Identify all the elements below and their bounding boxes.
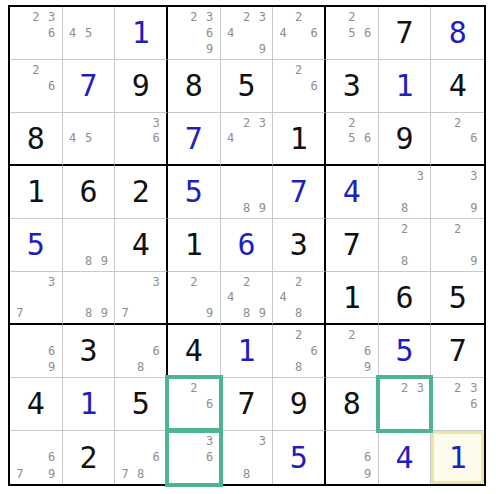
cell-value: 7 xyxy=(449,336,467,366)
cell-r5c3[interactable]: 4 xyxy=(115,219,168,272)
cell-value: 3 xyxy=(290,230,308,260)
cell-r2c7[interactable]: 3 xyxy=(326,60,379,113)
pencil-empty xyxy=(239,168,255,184)
pencil-marks: 678 xyxy=(117,433,164,482)
pencil-empty xyxy=(44,327,60,343)
pencil-empty xyxy=(28,449,44,465)
cell-r8c6[interactable]: 9 xyxy=(273,378,326,431)
pencil-empty xyxy=(12,449,28,465)
cell-value: 2 xyxy=(79,443,97,473)
cell-r3c6[interactable]: 1 xyxy=(273,113,326,166)
pencil-empty xyxy=(44,290,60,306)
pencil-empty xyxy=(28,274,44,290)
pencil-empty xyxy=(96,115,112,131)
pencil-empty xyxy=(65,9,81,25)
pencil-6: 6 xyxy=(466,396,482,412)
pencil-empty xyxy=(381,380,397,396)
pencil-empty xyxy=(433,412,449,428)
pencil-empty xyxy=(397,412,413,428)
pencil-empty xyxy=(254,274,270,290)
cell-value: 2 xyxy=(132,177,150,207)
pencil-2: 2 xyxy=(344,327,360,343)
cell-r2c8[interactable]: 1 xyxy=(379,60,432,113)
cell-r5c2[interactable]: 89 xyxy=(63,219,116,272)
pencil-2: 2 xyxy=(344,115,360,131)
pencil-empty xyxy=(28,466,44,482)
pencil-6: 6 xyxy=(306,25,322,41)
pencil-empty xyxy=(65,115,81,131)
pencil-empty xyxy=(186,412,202,428)
pencil-empty xyxy=(433,253,449,269)
cell-r9c1[interactable]: 679 xyxy=(10,431,63,484)
pencil-2: 2 xyxy=(397,221,413,237)
pencil-empty xyxy=(12,274,28,290)
pencil-empty xyxy=(28,343,44,359)
pencil-4: 4 xyxy=(223,131,239,147)
pencil-empty xyxy=(344,41,360,57)
cell-r5c8[interactable]: 28 xyxy=(379,219,432,272)
cell-value: 5 xyxy=(449,283,467,313)
cell-r1c7[interactable]: 256 xyxy=(326,7,379,60)
pencil-3: 3 xyxy=(466,380,482,396)
cell-r6c6[interactable]: 248 xyxy=(273,272,326,325)
pencil-6: 6 xyxy=(44,25,60,41)
pencil-empty xyxy=(28,41,44,57)
cell-r5c6[interactable]: 3 xyxy=(273,219,326,272)
pencil-marks: 256 xyxy=(328,9,376,57)
pencil-empty xyxy=(81,146,97,162)
pencil-empty xyxy=(148,305,164,321)
pencil-empty xyxy=(275,62,291,78)
cell-r3c8[interactable]: 9 xyxy=(379,113,432,166)
pencil-marks: 28 xyxy=(381,221,429,269)
cell-r3c9[interactable]: 26 xyxy=(431,113,484,166)
cell-r9c4[interactable]: 36 xyxy=(168,431,221,484)
cell-value: 4 xyxy=(185,336,203,366)
cell-r7c6[interactable]: 268 xyxy=(273,325,326,378)
cell-r1c3[interactable]: 1 xyxy=(115,7,168,60)
pencil-marks: 89 xyxy=(65,221,113,269)
pencil-empty xyxy=(186,466,202,482)
cell-value: 8 xyxy=(343,389,361,419)
cell-r5c1[interactable]: 5 xyxy=(10,219,63,272)
cell-r9c8[interactable]: 4 xyxy=(379,431,432,484)
pencil-8: 8 xyxy=(291,359,307,375)
pencil-empty xyxy=(148,146,164,162)
pencil-empty xyxy=(223,466,239,482)
pencil-6: 6 xyxy=(148,343,164,359)
pencil-2: 2 xyxy=(28,9,44,25)
cell-r8c5[interactable]: 7 xyxy=(221,378,274,431)
pencil-marks: 26 xyxy=(12,62,60,110)
cell-value: 1 xyxy=(185,230,203,260)
pencil-empty xyxy=(254,449,270,465)
pencil-marks: 29 xyxy=(433,221,482,269)
cell-r9c9[interactable]: 1 xyxy=(431,431,484,484)
pencil-empty xyxy=(328,41,344,57)
pencil-empty xyxy=(133,131,149,147)
cell-r4c6[interactable]: 7 xyxy=(273,166,326,219)
cell-value: 1 xyxy=(237,336,255,366)
pencil-empty xyxy=(328,146,344,162)
pencil-marks: 256 xyxy=(328,115,376,162)
pencil-empty xyxy=(96,290,112,306)
cell-r2c2[interactable]: 7 xyxy=(63,60,116,113)
pencil-empty xyxy=(275,94,291,110)
cell-r1c2[interactable]: 45 xyxy=(63,7,116,60)
cell-r9c3[interactable]: 678 xyxy=(115,431,168,484)
cell-value: 7 xyxy=(395,18,413,48)
pencil-empty xyxy=(28,94,44,110)
pencil-empty xyxy=(133,343,149,359)
pencil-empty xyxy=(170,41,186,57)
pencil-7: 7 xyxy=(117,466,133,482)
pencil-empty xyxy=(133,146,149,162)
pencil-empty xyxy=(28,25,44,41)
pencil-9: 9 xyxy=(96,305,112,321)
pencil-empty xyxy=(344,433,360,449)
cell-value: 3 xyxy=(343,71,361,101)
pencil-empty xyxy=(148,433,164,449)
cell-r2c3[interactable]: 9 xyxy=(115,60,168,113)
cell-value: 7 xyxy=(343,230,361,260)
pencil-marks: 26 xyxy=(275,62,322,110)
cell-r4c7[interactable]: 4 xyxy=(326,166,379,219)
cell-r3c3[interactable]: 36 xyxy=(115,113,168,166)
pencil-empty xyxy=(148,290,164,306)
cell-value: 1 xyxy=(27,177,45,207)
pencil-empty xyxy=(133,290,149,306)
pencil-empty xyxy=(328,343,344,359)
pencil-empty xyxy=(275,327,291,343)
pencil-empty xyxy=(170,466,186,482)
pencil-marks: 236 xyxy=(12,9,60,57)
cell-value: 4 xyxy=(449,71,467,101)
pencil-empty xyxy=(381,412,397,428)
pencil-empty xyxy=(28,305,44,321)
pencil-empty xyxy=(328,359,344,375)
pencil-empty xyxy=(360,433,376,449)
pencil-empty xyxy=(381,396,397,412)
cell-r7c9[interactable]: 7 xyxy=(431,325,484,378)
cell-value: 9 xyxy=(395,124,413,154)
cell-r1c6[interactable]: 246 xyxy=(273,7,326,60)
pencil-empty xyxy=(344,449,360,465)
cell-r6c8[interactable]: 6 xyxy=(379,272,432,325)
pencil-empty xyxy=(12,94,28,110)
cell-r7c5[interactable]: 1 xyxy=(221,325,274,378)
pencil-3: 3 xyxy=(202,9,218,25)
pencil-empty xyxy=(306,290,322,306)
pencil-empty xyxy=(275,41,291,57)
pencil-empty xyxy=(148,327,164,343)
cell-value: 9 xyxy=(132,71,150,101)
pencil-empty xyxy=(344,343,360,359)
cell-r8c7[interactable]: 8 xyxy=(326,378,379,431)
cell-r1c9[interactable]: 8 xyxy=(431,7,484,60)
cell-r3c1[interactable]: 8 xyxy=(10,113,63,166)
pencil-9: 9 xyxy=(254,41,270,57)
pencil-empty xyxy=(170,305,186,321)
pencil-empty xyxy=(133,115,149,131)
cell-r6c5[interactable]: 2489 xyxy=(221,272,274,325)
cell-value: 8 xyxy=(449,18,467,48)
pencil-empty xyxy=(44,305,60,321)
cell-value: 1 xyxy=(290,124,308,154)
pencil-9: 9 xyxy=(44,466,60,482)
cell-r4c9[interactable]: 39 xyxy=(431,166,484,219)
pencil-empty xyxy=(170,449,186,465)
pencil-empty xyxy=(133,274,149,290)
pencil-empty xyxy=(433,396,449,412)
pencil-empty xyxy=(328,115,344,131)
cell-r6c3[interactable]: 37 xyxy=(115,272,168,325)
pencil-empty xyxy=(12,359,28,375)
cell-r6c7[interactable]: 1 xyxy=(326,272,379,325)
cell-r6c2[interactable]: 89 xyxy=(63,272,116,325)
cell-r7c4[interactable]: 4 xyxy=(168,325,221,378)
cell-r8c4[interactable]: 26 xyxy=(168,378,221,431)
cell-r5c9[interactable]: 29 xyxy=(431,219,484,272)
cell-r7c3[interactable]: 68 xyxy=(115,325,168,378)
cell-r8c9[interactable]: 236 xyxy=(431,378,484,431)
cell-r7c1[interactable]: 69 xyxy=(10,325,63,378)
cell-r4c1[interactable]: 1 xyxy=(10,166,63,219)
pencil-8: 8 xyxy=(81,253,97,269)
cell-r4c3[interactable]: 2 xyxy=(115,166,168,219)
pencil-empty xyxy=(466,221,482,237)
cell-r4c2[interactable]: 6 xyxy=(63,166,116,219)
pencil-empty xyxy=(12,62,28,78)
cell-r3c7[interactable]: 256 xyxy=(326,113,379,166)
pencil-empty xyxy=(433,200,449,216)
cell-value: 5 xyxy=(237,71,255,101)
pencil-empty xyxy=(291,290,307,306)
cell-value: 4 xyxy=(27,389,45,419)
cell-r6c4[interactable]: 29 xyxy=(168,272,221,325)
cell-r3c2[interactable]: 45 xyxy=(63,113,116,166)
cell-r2c9[interactable]: 4 xyxy=(431,60,484,113)
cell-r8c1[interactable]: 4 xyxy=(10,378,63,431)
pencil-empty xyxy=(254,146,270,162)
pencil-6: 6 xyxy=(360,131,376,147)
cell-r1c8[interactable]: 7 xyxy=(379,7,432,60)
cell-value: 8 xyxy=(27,124,45,154)
pencil-empty xyxy=(344,359,360,375)
pencil-empty xyxy=(96,41,112,57)
pencil-empty xyxy=(433,131,449,147)
cell-r2c4[interactable]: 8 xyxy=(168,60,221,113)
pencil-empty xyxy=(186,396,202,412)
pencil-6: 6 xyxy=(202,396,218,412)
pencil-empty xyxy=(254,466,270,482)
pencil-3: 3 xyxy=(254,9,270,25)
pencil-empty xyxy=(433,380,449,396)
pencil-empty xyxy=(381,168,397,184)
pencil-empty xyxy=(239,433,255,449)
cell-r5c5[interactable]: 6 xyxy=(221,219,274,272)
pencil-empty xyxy=(96,221,112,237)
cell-r1c1[interactable]: 236 xyxy=(10,7,63,60)
cell-r4c8[interactable]: 38 xyxy=(379,166,432,219)
pencil-empty xyxy=(381,237,397,253)
pencil-marks: 39 xyxy=(433,168,482,216)
pencil-8: 8 xyxy=(239,200,255,216)
cell-r1c4[interactable]: 2369 xyxy=(168,7,221,60)
pencil-3: 3 xyxy=(148,274,164,290)
pencil-empty xyxy=(381,200,397,216)
pencil-empty xyxy=(412,221,428,237)
cell-r9c6[interactable]: 5 xyxy=(273,431,326,484)
cell-value: 1 xyxy=(395,71,413,101)
pencil-empty xyxy=(12,78,28,94)
pencil-3: 3 xyxy=(412,380,428,396)
pencil-empty xyxy=(133,433,149,449)
pencil-empty xyxy=(450,168,466,184)
pencil-empty xyxy=(275,305,291,321)
pencil-empty xyxy=(291,41,307,57)
pencil-marks: 2369 xyxy=(170,9,218,57)
pencil-empty xyxy=(433,146,449,162)
pencil-marks: 38 xyxy=(381,168,429,216)
pencil-empty xyxy=(148,359,164,375)
pencil-empty xyxy=(254,25,270,41)
pencil-empty xyxy=(186,41,202,57)
pencil-empty xyxy=(291,25,307,41)
cell-r8c3[interactable]: 5 xyxy=(115,378,168,431)
cell-r9c2[interactable]: 2 xyxy=(63,431,116,484)
pencil-marks: 45 xyxy=(65,115,113,162)
pencil-marks: 268 xyxy=(275,327,322,375)
cell-r2c1[interactable]: 26 xyxy=(10,60,63,113)
pencil-empty xyxy=(306,327,322,343)
pencil-empty xyxy=(96,146,112,162)
pencil-empty xyxy=(28,327,44,343)
cell-value: 5 xyxy=(290,443,308,473)
cell-r2c6[interactable]: 26 xyxy=(273,60,326,113)
pencil-marks: 26 xyxy=(170,380,218,428)
pencil-empty xyxy=(291,78,307,94)
pencil-6: 6 xyxy=(148,131,164,147)
cell-value: 1 xyxy=(449,443,467,473)
pencil-empty xyxy=(344,146,360,162)
pencil-empty xyxy=(81,221,97,237)
cell-value: 6 xyxy=(237,230,255,260)
pencil-empty xyxy=(65,274,81,290)
pencil-empty xyxy=(450,131,466,147)
pencil-empty xyxy=(328,25,344,41)
pencil-empty xyxy=(117,433,133,449)
cell-r6c1[interactable]: 37 xyxy=(10,272,63,325)
cell-value: 7 xyxy=(237,389,255,419)
pencil-empty xyxy=(397,396,413,412)
pencil-empty xyxy=(306,62,322,78)
cell-r9c7[interactable]: 69 xyxy=(326,431,379,484)
pencil-empty xyxy=(117,274,133,290)
cell-r5c7[interactable]: 7 xyxy=(326,219,379,272)
cell-r5c4[interactable]: 1 xyxy=(168,219,221,272)
pencil-empty xyxy=(412,200,428,216)
pencil-empty xyxy=(202,412,218,428)
pencil-empty xyxy=(12,343,28,359)
pencil-empty xyxy=(12,327,28,343)
pencil-empty xyxy=(306,359,322,375)
cell-r6c9[interactable]: 5 xyxy=(431,272,484,325)
cell-r4c4[interactable]: 5 xyxy=(168,166,221,219)
pencil-empty xyxy=(186,305,202,321)
cell-r8c2[interactable]: 1 xyxy=(63,378,116,431)
pencil-empty xyxy=(450,396,466,412)
cell-value: 6 xyxy=(79,177,97,207)
cell-value: 4 xyxy=(132,230,150,260)
cell-r9c5[interactable]: 38 xyxy=(221,431,274,484)
cell-value: 7 xyxy=(185,124,203,154)
cell-r4c5[interactable]: 89 xyxy=(221,166,274,219)
cell-r2c5[interactable]: 5 xyxy=(221,60,274,113)
cell-r3c4[interactable]: 7 xyxy=(168,113,221,166)
pencil-6: 6 xyxy=(44,449,60,465)
pencil-empty xyxy=(275,274,291,290)
pencil-2: 2 xyxy=(450,115,466,131)
cell-value: 8 xyxy=(185,71,203,101)
pencil-empty xyxy=(397,168,413,184)
pencil-empty xyxy=(254,184,270,200)
pencil-4: 4 xyxy=(65,25,81,41)
pencil-empty xyxy=(328,327,344,343)
cell-value: 4 xyxy=(343,177,361,207)
pencil-empty xyxy=(223,184,239,200)
cell-r7c2[interactable]: 3 xyxy=(63,325,116,378)
pencil-empty xyxy=(223,146,239,162)
pencil-empty xyxy=(117,131,133,147)
cell-r7c8[interactable]: 5 xyxy=(379,325,432,378)
pencil-empty xyxy=(450,200,466,216)
pencil-2: 2 xyxy=(291,274,307,290)
pencil-empty xyxy=(81,237,97,253)
pencil-6: 6 xyxy=(202,25,218,41)
cell-r7c7[interactable]: 269 xyxy=(326,325,379,378)
sudoku-board: 2364512369234924625678267985263148453672… xyxy=(8,5,486,486)
pencil-empty xyxy=(186,290,202,306)
pencil-empty xyxy=(117,449,133,465)
pencil-empty xyxy=(117,290,133,306)
pencil-empty xyxy=(223,274,239,290)
pencil-9: 9 xyxy=(254,305,270,321)
pencil-4: 4 xyxy=(275,25,291,41)
pencil-empty xyxy=(239,184,255,200)
pencil-empty xyxy=(239,449,255,465)
pencil-2: 2 xyxy=(397,380,413,396)
pencil-3: 3 xyxy=(44,274,60,290)
pencil-empty xyxy=(65,237,81,253)
pencil-empty xyxy=(275,359,291,375)
pencil-empty xyxy=(450,237,466,253)
pencil-marks: 69 xyxy=(12,327,60,375)
cell-r8c8[interactable]: 23 xyxy=(379,378,432,431)
pencil-empty xyxy=(239,131,255,147)
pencil-marks: 89 xyxy=(65,274,113,321)
pencil-empty xyxy=(117,343,133,359)
pencil-empty xyxy=(360,327,376,343)
pencil-empty xyxy=(306,9,322,25)
pencil-6: 6 xyxy=(360,343,376,359)
pencil-empty xyxy=(223,433,239,449)
pencil-6: 6 xyxy=(360,25,376,41)
pencil-7: 7 xyxy=(117,305,133,321)
pencil-empty xyxy=(12,41,28,57)
cell-r3c5[interactable]: 234 xyxy=(221,113,274,166)
cell-r1c5[interactable]: 2349 xyxy=(221,7,274,60)
